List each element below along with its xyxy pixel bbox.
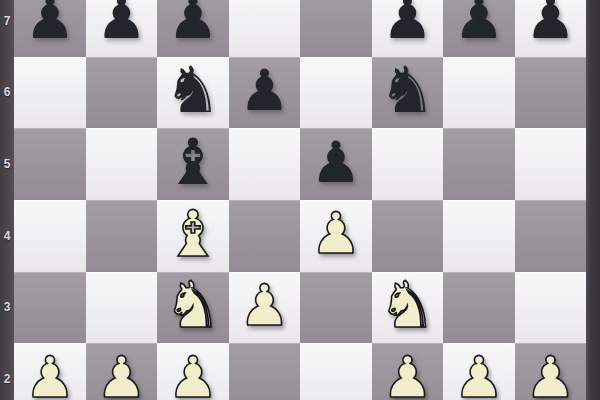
white-pawn-e4[interactable]: ♟ — [310, 205, 361, 262]
square-b2[interactable]: ♟ — [86, 343, 158, 400]
square-c3[interactable]: ♞ — [157, 272, 229, 344]
rank-label-5: 5 — [0, 128, 14, 200]
black-pawn-c7[interactable]: ♟ — [167, 0, 218, 47]
chess-board-window: 765432 ♟♟♟♟♟♟♞♟♞♝♟♝♟♞♟♞♟♟♟♟♟♟ — [0, 0, 600, 400]
white-knight-f3[interactable]: ♞ — [379, 273, 436, 337]
square-f5[interactable] — [372, 128, 444, 200]
square-h7[interactable]: ♟ — [515, 0, 587, 57]
square-d5[interactable] — [229, 128, 301, 200]
rank-coordinate-strip: 765432 — [0, 0, 14, 400]
square-a6[interactable] — [14, 57, 86, 129]
square-h6[interactable] — [515, 57, 587, 129]
chess-board[interactable]: ♟♟♟♟♟♟♞♟♞♝♟♝♟♞♟♞♟♟♟♟♟♟ — [14, 0, 586, 400]
white-pawn-a2[interactable]: ♟ — [24, 349, 75, 400]
white-pawn-b2[interactable]: ♟ — [96, 349, 147, 400]
square-d6[interactable]: ♟ — [229, 57, 301, 129]
square-c2[interactable]: ♟ — [157, 343, 229, 400]
rank-label-3: 3 — [0, 272, 14, 344]
square-b6[interactable] — [86, 57, 158, 129]
square-g4[interactable] — [443, 200, 515, 272]
black-bishop-c5[interactable]: ♝ — [164, 130, 221, 194]
white-pawn-h2[interactable]: ♟ — [525, 349, 576, 400]
white-pawn-f2[interactable]: ♟ — [382, 349, 433, 400]
square-h3[interactable] — [515, 272, 587, 344]
rank-label-7: 7 — [0, 0, 14, 57]
square-b3[interactable] — [86, 272, 158, 344]
rank-label-4: 4 — [0, 200, 14, 272]
black-pawn-b7[interactable]: ♟ — [96, 0, 147, 47]
square-d2[interactable] — [229, 343, 301, 400]
black-pawn-d6[interactable]: ♟ — [239, 62, 290, 119]
square-f3[interactable]: ♞ — [372, 272, 444, 344]
square-b5[interactable] — [86, 128, 158, 200]
square-c4[interactable]: ♝ — [157, 200, 229, 272]
square-f4[interactable] — [372, 200, 444, 272]
square-a7[interactable]: ♟ — [14, 0, 86, 57]
square-f2[interactable]: ♟ — [372, 343, 444, 400]
board-frame-right — [586, 0, 600, 400]
square-h5[interactable] — [515, 128, 587, 200]
square-f7[interactable]: ♟ — [372, 0, 444, 57]
rank-label-2: 2 — [0, 343, 14, 400]
square-e4[interactable]: ♟ — [300, 200, 372, 272]
white-bishop-c4[interactable]: ♝ — [164, 202, 221, 266]
square-g5[interactable] — [443, 128, 515, 200]
square-c5[interactable]: ♝ — [157, 128, 229, 200]
square-e3[interactable] — [300, 272, 372, 344]
square-a3[interactable] — [14, 272, 86, 344]
square-e7[interactable] — [300, 0, 372, 57]
rank-label-6: 6 — [0, 57, 14, 129]
square-e5[interactable]: ♟ — [300, 128, 372, 200]
square-h4[interactable] — [515, 200, 587, 272]
square-d3[interactable]: ♟ — [229, 272, 301, 344]
white-pawn-g2[interactable]: ♟ — [453, 349, 504, 400]
square-h2[interactable]: ♟ — [515, 343, 587, 400]
square-g3[interactable] — [443, 272, 515, 344]
square-e6[interactable] — [300, 57, 372, 129]
black-knight-f6[interactable]: ♞ — [379, 58, 436, 122]
black-pawn-g7[interactable]: ♟ — [453, 0, 504, 47]
square-c6[interactable]: ♞ — [157, 57, 229, 129]
square-e2[interactable] — [300, 343, 372, 400]
black-pawn-h7[interactable]: ♟ — [525, 0, 576, 47]
square-g2[interactable]: ♟ — [443, 343, 515, 400]
square-d7[interactable] — [229, 0, 301, 57]
square-a4[interactable] — [14, 200, 86, 272]
square-d4[interactable] — [229, 200, 301, 272]
white-knight-c3[interactable]: ♞ — [164, 273, 221, 337]
square-b7[interactable]: ♟ — [86, 0, 158, 57]
square-c7[interactable]: ♟ — [157, 0, 229, 57]
square-b4[interactable] — [86, 200, 158, 272]
square-a2[interactable]: ♟ — [14, 343, 86, 400]
square-a5[interactable] — [14, 128, 86, 200]
white-pawn-c2[interactable]: ♟ — [167, 349, 218, 400]
black-pawn-a7[interactable]: ♟ — [24, 0, 75, 47]
black-pawn-f7[interactable]: ♟ — [382, 0, 433, 47]
black-pawn-e5[interactable]: ♟ — [310, 134, 361, 191]
square-g7[interactable]: ♟ — [443, 0, 515, 57]
black-knight-c6[interactable]: ♞ — [164, 58, 221, 122]
square-f6[interactable]: ♞ — [372, 57, 444, 129]
square-g6[interactable] — [443, 57, 515, 129]
white-pawn-d3[interactable]: ♟ — [239, 277, 290, 334]
